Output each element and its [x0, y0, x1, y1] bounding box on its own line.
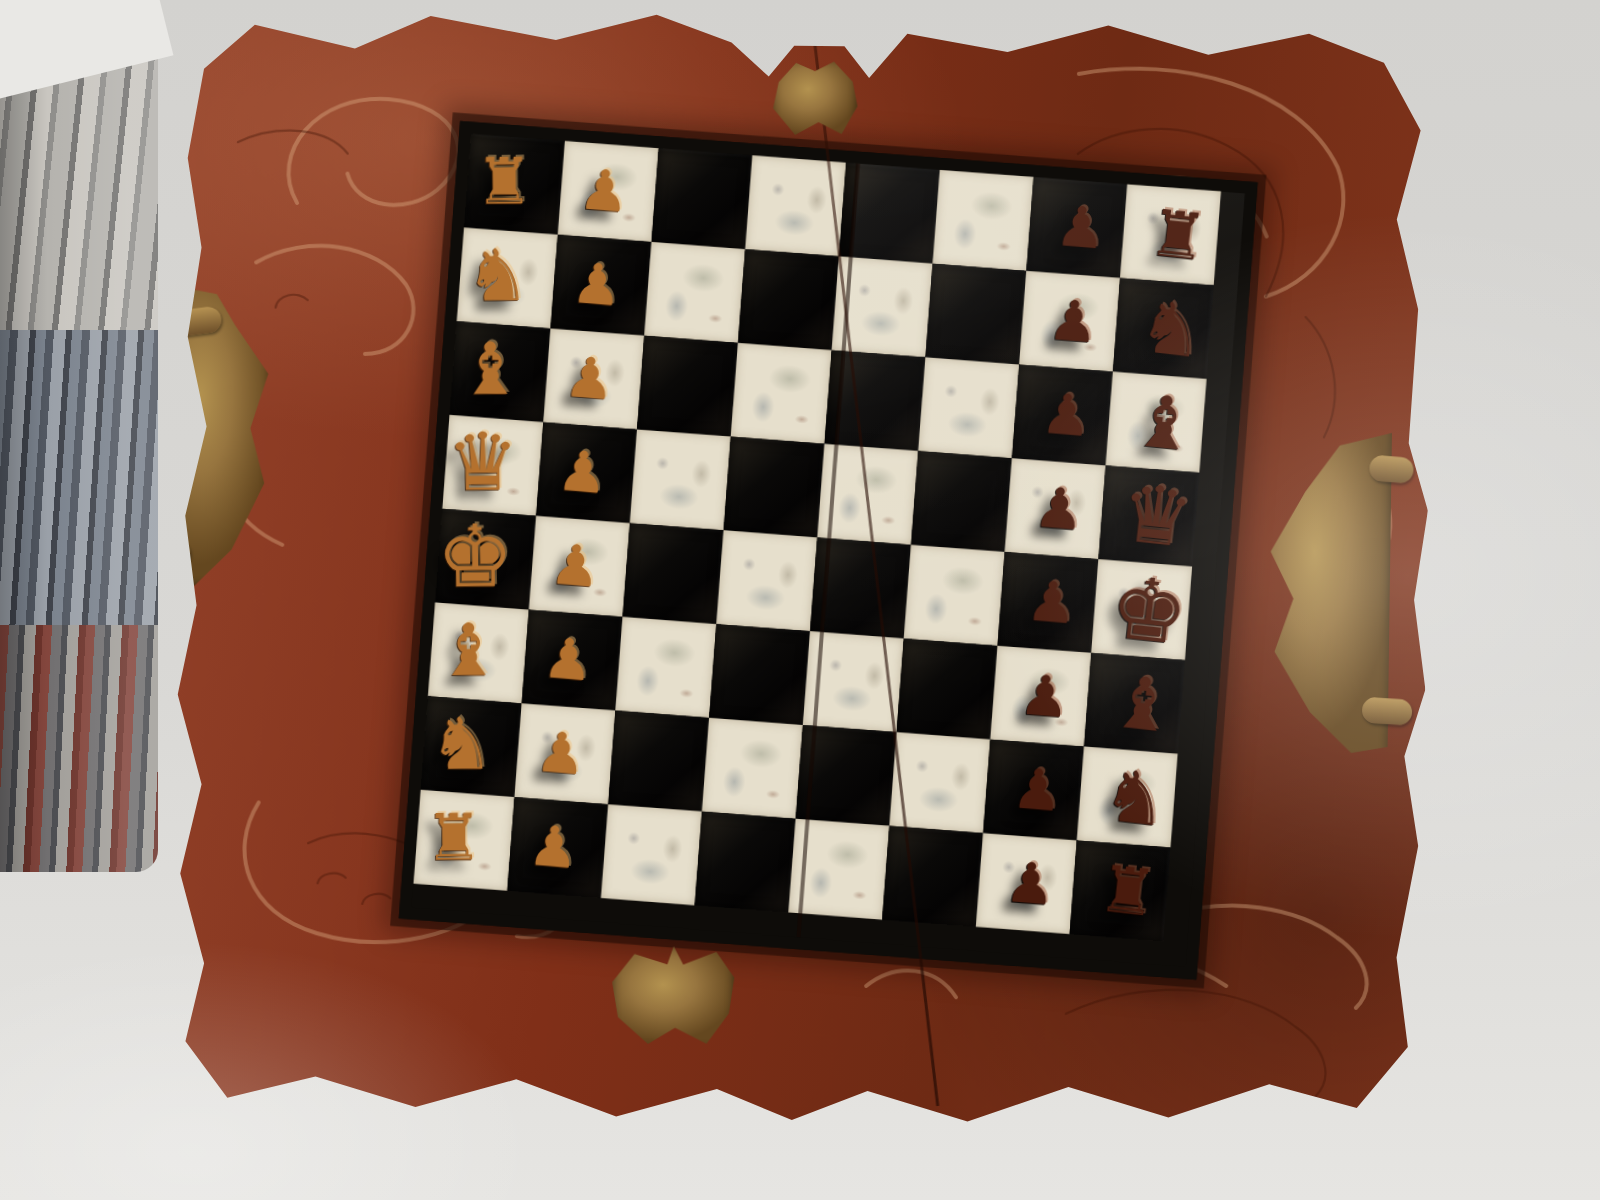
right-latch-pin — [1361, 697, 1413, 726]
square-e4[interactable] — [716, 530, 817, 631]
square-d1[interactable]: ♛ — [442, 415, 543, 516]
piece-black-pawn[interactable]: ♟ — [1010, 760, 1064, 820]
bottom-hinge-icon — [611, 945, 734, 1049]
square-h6[interactable] — [882, 826, 983, 927]
piece-black-knight[interactable]: ♞ — [1099, 758, 1171, 837]
square-c5[interactable] — [824, 350, 925, 451]
chessboard: ♜♟♟♜♞♟♟♞♝♟♟♝♛♟♟♛♚♟♟♚♝♟♟♝♞♟♟♞♜♟♟♜ — [399, 121, 1258, 980]
square-c1[interactable]: ♝ — [450, 321, 551, 422]
square-h8[interactable]: ♜ — [1070, 840, 1171, 941]
square-f8[interactable]: ♝ — [1084, 653, 1185, 754]
piece-white-rook[interactable]: ♜ — [476, 149, 534, 214]
square-h1[interactable]: ♜ — [413, 790, 514, 891]
piece-black-pawn[interactable]: ♟ — [1032, 479, 1086, 539]
square-b1[interactable]: ♞ — [457, 227, 558, 328]
piece-white-bishop[interactable]: ♝ — [458, 333, 523, 406]
piece-black-pawn[interactable]: ♟ — [1039, 385, 1093, 445]
piece-white-rook[interactable]: ♜ — [425, 805, 483, 870]
piece-black-rook[interactable]: ♜ — [1146, 200, 1210, 270]
square-f6[interactable] — [897, 638, 998, 739]
square-g5[interactable] — [796, 725, 897, 826]
square-a2[interactable]: ♟ — [558, 141, 659, 242]
right-latch-pin — [1368, 454, 1414, 484]
square-d2[interactable]: ♟ — [536, 422, 637, 523]
square-d3[interactable] — [630, 429, 731, 530]
square-b2[interactable]: ♟ — [550, 235, 651, 336]
square-a6[interactable] — [933, 170, 1034, 271]
square-h7[interactable]: ♟ — [976, 833, 1077, 934]
square-e3[interactable] — [623, 523, 724, 624]
piece-white-pawn[interactable]: ♟ — [548, 536, 602, 596]
piece-white-pawn[interactable]: ♟ — [577, 161, 631, 221]
chessboard-grid: ♜♟♟♜♞♟♟♞♝♟♟♝♛♟♟♛♚♟♟♚♝♟♟♝♞♟♟♞♜♟♟♜ — [413, 134, 1244, 943]
square-e1[interactable]: ♚ — [435, 509, 536, 610]
square-h2[interactable]: ♟ — [507, 797, 608, 898]
piece-white-knight[interactable]: ♞ — [429, 707, 494, 780]
piece-black-rook[interactable]: ♜ — [1096, 856, 1160, 926]
square-a7[interactable]: ♟ — [1026, 177, 1127, 278]
square-d4[interactable] — [723, 437, 824, 538]
square-f4[interactable] — [709, 624, 810, 725]
square-b7[interactable]: ♟ — [1019, 271, 1120, 372]
piece-black-bishop[interactable]: ♝ — [1128, 383, 1200, 462]
square-e2[interactable]: ♟ — [529, 516, 630, 617]
square-d8[interactable]: ♛ — [1098, 465, 1199, 566]
piece-white-knight[interactable]: ♞ — [465, 239, 530, 312]
square-e6[interactable] — [904, 545, 1005, 646]
piece-white-pawn[interactable]: ♟ — [526, 817, 580, 877]
carved-chess-box: ♜♟♟♜♞♟♟♞♝♟♟♝♛♟♟♛♚♟♟♚♝♟♟♝♞♟♟♞♜♟♟♜ — [164, 1, 1434, 1136]
square-f1[interactable]: ♝ — [428, 602, 529, 703]
square-a5[interactable] — [839, 163, 940, 264]
piece-white-pawn[interactable]: ♟ — [541, 630, 595, 690]
square-c7[interactable]: ♟ — [1012, 364, 1113, 465]
piece-white-bishop[interactable]: ♝ — [436, 614, 501, 687]
top-hinge-icon — [771, 58, 858, 141]
piece-black-knight[interactable]: ♞ — [1135, 290, 1207, 369]
square-c3[interactable] — [637, 336, 738, 437]
square-g8[interactable]: ♞ — [1077, 747, 1178, 848]
square-f3[interactable] — [615, 617, 716, 718]
square-g1[interactable]: ♞ — [421, 696, 522, 797]
square-b4[interactable] — [738, 249, 839, 350]
piece-black-pawn[interactable]: ♟ — [1025, 573, 1079, 633]
square-e8[interactable]: ♚ — [1091, 559, 1192, 660]
square-g2[interactable]: ♟ — [514, 703, 615, 804]
piece-white-pawn[interactable]: ♟ — [563, 349, 617, 409]
square-a1[interactable]: ♜ — [464, 134, 565, 235]
piece-white-king[interactable]: ♚ — [437, 513, 515, 600]
fabric-stripes-middle — [0, 330, 158, 630]
piece-white-pawn[interactable]: ♟ — [570, 255, 624, 315]
square-a8[interactable]: ♜ — [1120, 184, 1221, 285]
square-b6[interactable] — [925, 264, 1026, 365]
piece-black-pawn[interactable]: ♟ — [1018, 667, 1072, 727]
square-c4[interactable] — [731, 343, 832, 444]
piece-black-pawn[interactable]: ♟ — [1003, 854, 1057, 914]
square-h5[interactable] — [788, 819, 889, 920]
square-g3[interactable] — [608, 711, 709, 812]
square-c8[interactable]: ♝ — [1106, 372, 1207, 473]
square-a3[interactable] — [651, 148, 752, 249]
square-e5[interactable] — [810, 538, 911, 639]
square-f7[interactable]: ♟ — [990, 646, 1091, 747]
piece-white-pawn[interactable]: ♟ — [555, 442, 609, 502]
square-c2[interactable]: ♟ — [543, 328, 644, 429]
square-b8[interactable]: ♞ — [1113, 278, 1214, 379]
piece-black-pawn[interactable]: ♟ — [1054, 198, 1108, 258]
piece-white-pawn[interactable]: ♟ — [534, 724, 588, 784]
square-h3[interactable] — [601, 804, 702, 905]
piece-black-bishop[interactable]: ♝ — [1106, 665, 1178, 744]
scene: ♜♟♟♜♞♟♟♞♝♟♟♝♛♟♟♛♚♟♟♚♝♟♟♝♞♟♟♞♜♟♟♜ — [0, 0, 1600, 1200]
striped-fabric — [0, 0, 158, 872]
square-d7[interactable]: ♟ — [1005, 458, 1106, 559]
square-e7[interactable]: ♟ — [997, 552, 1098, 653]
square-g4[interactable] — [702, 718, 803, 819]
fabric-stripes-bottom — [0, 625, 158, 872]
square-g7[interactable]: ♟ — [983, 739, 1084, 840]
square-f2[interactable]: ♟ — [522, 610, 623, 711]
square-c6[interactable] — [918, 357, 1019, 458]
square-d6[interactable] — [911, 451, 1012, 552]
square-b3[interactable] — [644, 242, 745, 343]
piece-black-king[interactable]: ♚ — [1107, 563, 1193, 657]
piece-white-queen[interactable]: ♛ — [447, 422, 520, 503]
piece-black-pawn[interactable]: ♟ — [1046, 292, 1100, 352]
square-h4[interactable] — [695, 811, 796, 912]
piece-black-queen[interactable]: ♛ — [1117, 473, 1197, 560]
